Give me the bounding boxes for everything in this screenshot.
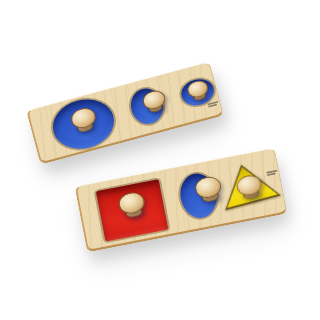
slot-square [77, 168, 187, 250]
slot-triangle [210, 148, 289, 224]
circle-sizes-board [26, 61, 224, 164]
piece-red-square[interactable] [96, 179, 169, 241]
wooden-knob[interactable] [185, 79, 210, 100]
piece-yellow-triangle[interactable] [213, 157, 281, 210]
circle-sizes-board-slots [28, 62, 222, 162]
three-shapes-board [74, 148, 287, 253]
piece-large-blue-circle[interactable] [47, 93, 119, 156]
slot-large-circle [28, 85, 138, 162]
product-photo-scene [0, 0, 320, 320]
slot-small-circle [156, 62, 226, 128]
stamp-text-line [267, 173, 276, 176]
three-shapes-board-slots [77, 149, 287, 250]
